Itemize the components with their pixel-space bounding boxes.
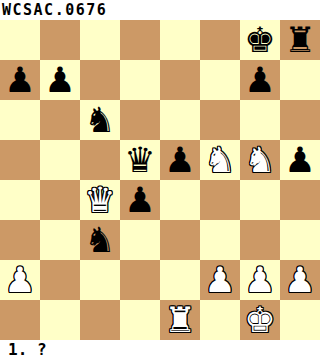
piece-black-pawn: ♟ <box>124 180 155 220</box>
square-g8[interactable]: ♚ <box>240 20 280 60</box>
square-b2[interactable] <box>40 260 80 300</box>
square-g5[interactable]: ♞ <box>240 140 280 180</box>
square-c5[interactable] <box>80 140 120 180</box>
square-c8[interactable] <box>80 20 120 60</box>
square-d5[interactable]: ♛ <box>120 140 160 180</box>
square-d2[interactable] <box>120 260 160 300</box>
square-c3[interactable]: ♞ <box>80 220 120 260</box>
square-h6[interactable] <box>280 100 320 140</box>
square-b7[interactable]: ♟ <box>40 60 80 100</box>
piece-black-pawn: ♟ <box>244 60 275 100</box>
square-f1[interactable] <box>200 300 240 340</box>
square-d8[interactable] <box>120 20 160 60</box>
square-f7[interactable] <box>200 60 240 100</box>
square-f5[interactable]: ♞ <box>200 140 240 180</box>
square-e8[interactable] <box>160 20 200 60</box>
piece-black-pawn: ♟ <box>44 60 75 100</box>
square-a2[interactable]: ♟ <box>0 260 40 300</box>
piece-black-pawn: ♟ <box>284 140 315 180</box>
square-b1[interactable] <box>40 300 80 340</box>
square-g3[interactable] <box>240 220 280 260</box>
piece-black-queen: ♛ <box>124 140 155 180</box>
square-b8[interactable] <box>40 20 80 60</box>
page-title: WCSAC.0676 <box>0 0 320 20</box>
square-e4[interactable] <box>160 180 200 220</box>
square-e7[interactable] <box>160 60 200 100</box>
square-a8[interactable] <box>0 20 40 60</box>
piece-white-pawn: ♟ <box>204 260 235 300</box>
square-f3[interactable] <box>200 220 240 260</box>
chess-board: ♚♜♟♟♟♞♛♟♞♞♟♛♟♞♟♟♟♟♜♚ <box>0 20 320 340</box>
piece-black-king: ♚ <box>244 20 275 60</box>
square-c7[interactable] <box>80 60 120 100</box>
piece-white-knight: ♞ <box>204 140 235 180</box>
piece-white-pawn: ♟ <box>244 260 275 300</box>
piece-white-king: ♚ <box>244 300 275 340</box>
square-c6[interactable]: ♞ <box>80 100 120 140</box>
piece-white-pawn: ♟ <box>284 260 315 300</box>
square-g4[interactable] <box>240 180 280 220</box>
square-e6[interactable] <box>160 100 200 140</box>
square-d1[interactable] <box>120 300 160 340</box>
square-a6[interactable] <box>0 100 40 140</box>
piece-white-knight: ♞ <box>244 140 275 180</box>
square-c2[interactable] <box>80 260 120 300</box>
square-f2[interactable]: ♟ <box>200 260 240 300</box>
square-d3[interactable] <box>120 220 160 260</box>
piece-white-rook: ♜ <box>164 300 195 340</box>
piece-black-pawn: ♟ <box>4 60 35 100</box>
square-h4[interactable] <box>280 180 320 220</box>
chess-app: WCSAC.0676 ♚♜♟♟♟♞♛♟♞♞♟♛♟♞♟♟♟♟♜♚ 1. ? <box>0 0 320 360</box>
square-f8[interactable] <box>200 20 240 60</box>
piece-black-knight: ♞ <box>84 220 115 260</box>
square-f6[interactable] <box>200 100 240 140</box>
square-h7[interactable] <box>280 60 320 100</box>
square-e2[interactable] <box>160 260 200 300</box>
square-e3[interactable] <box>160 220 200 260</box>
square-b5[interactable] <box>40 140 80 180</box>
square-g6[interactable] <box>240 100 280 140</box>
square-h3[interactable] <box>280 220 320 260</box>
square-g7[interactable]: ♟ <box>240 60 280 100</box>
square-a7[interactable]: ♟ <box>0 60 40 100</box>
square-g1[interactable]: ♚ <box>240 300 280 340</box>
piece-black-rook: ♜ <box>284 20 315 60</box>
square-f4[interactable] <box>200 180 240 220</box>
square-a4[interactable] <box>0 180 40 220</box>
square-d4[interactable]: ♟ <box>120 180 160 220</box>
square-a3[interactable] <box>0 220 40 260</box>
square-h2[interactable]: ♟ <box>280 260 320 300</box>
square-h1[interactable] <box>280 300 320 340</box>
square-b6[interactable] <box>40 100 80 140</box>
square-g2[interactable]: ♟ <box>240 260 280 300</box>
square-e5[interactable]: ♟ <box>160 140 200 180</box>
square-h8[interactable]: ♜ <box>280 20 320 60</box>
square-c4[interactable]: ♛ <box>80 180 120 220</box>
square-h5[interactable]: ♟ <box>280 140 320 180</box>
square-e1[interactable]: ♜ <box>160 300 200 340</box>
move-prompt: 1. ? <box>0 340 320 360</box>
square-b4[interactable] <box>40 180 80 220</box>
square-b3[interactable] <box>40 220 80 260</box>
square-d7[interactable] <box>120 60 160 100</box>
piece-black-pawn: ♟ <box>164 140 195 180</box>
piece-white-queen: ♛ <box>84 180 115 220</box>
square-d6[interactable] <box>120 100 160 140</box>
piece-black-knight: ♞ <box>84 100 115 140</box>
square-a5[interactable] <box>0 140 40 180</box>
square-c1[interactable] <box>80 300 120 340</box>
piece-white-pawn: ♟ <box>4 260 35 300</box>
square-a1[interactable] <box>0 300 40 340</box>
